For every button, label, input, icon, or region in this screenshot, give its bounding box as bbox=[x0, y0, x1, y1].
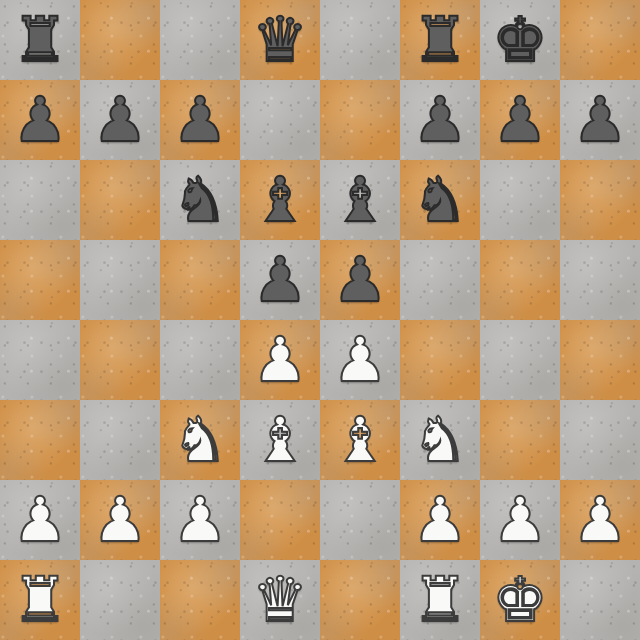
square-h2[interactable]: ♟ bbox=[560, 480, 640, 560]
piece-white-pawn-b2[interactable]: ♟ bbox=[92, 480, 148, 560]
square-a4[interactable] bbox=[0, 320, 80, 400]
piece-white-knight-c3[interactable]: ♞ bbox=[172, 400, 228, 480]
square-f4[interactable] bbox=[400, 320, 480, 400]
piece-black-pawn-f7[interactable]: ♟ bbox=[412, 80, 468, 160]
piece-white-pawn-f2[interactable]: ♟ bbox=[412, 480, 468, 560]
piece-black-pawn-d5[interactable]: ♟ bbox=[252, 240, 308, 320]
square-c2[interactable]: ♟ bbox=[160, 480, 240, 560]
piece-white-pawn-c2[interactable]: ♟ bbox=[172, 480, 228, 560]
square-d5[interactable]: ♟ bbox=[240, 240, 320, 320]
piece-black-queen-d8[interactable]: ♛ bbox=[252, 0, 308, 80]
square-e8[interactable] bbox=[320, 0, 400, 80]
piece-black-pawn-h7[interactable]: ♟ bbox=[572, 80, 628, 160]
square-g1[interactable]: ♚ bbox=[480, 560, 560, 640]
square-c3[interactable]: ♞ bbox=[160, 400, 240, 480]
square-h4[interactable] bbox=[560, 320, 640, 400]
square-b5[interactable] bbox=[80, 240, 160, 320]
square-g3[interactable] bbox=[480, 400, 560, 480]
square-e1[interactable] bbox=[320, 560, 400, 640]
piece-black-rook-f8[interactable]: ♜ bbox=[412, 0, 468, 80]
square-g2[interactable]: ♟ bbox=[480, 480, 560, 560]
piece-white-rook-a1[interactable]: ♜ bbox=[12, 560, 68, 640]
piece-white-knight-f3[interactable]: ♞ bbox=[412, 400, 468, 480]
square-e6[interactable]: ♝ bbox=[320, 160, 400, 240]
square-b2[interactable]: ♟ bbox=[80, 480, 160, 560]
square-b3[interactable] bbox=[80, 400, 160, 480]
piece-black-knight-f6[interactable]: ♞ bbox=[412, 160, 468, 240]
piece-white-pawn-d4[interactable]: ♟ bbox=[252, 320, 308, 400]
square-e7[interactable] bbox=[320, 80, 400, 160]
chess-board: ♜♛♜♚♟♟♟♟♟♟♞♝♝♞♟♟♟♟♞♝♝♞♟♟♟♟♟♟♜♛♜♚ bbox=[0, 0, 640, 640]
piece-black-bishop-d6[interactable]: ♝ bbox=[252, 160, 308, 240]
piece-white-queen-d1[interactable]: ♛ bbox=[252, 560, 308, 640]
square-e4[interactable]: ♟ bbox=[320, 320, 400, 400]
piece-white-pawn-e4[interactable]: ♟ bbox=[332, 320, 388, 400]
piece-black-bishop-e6[interactable]: ♝ bbox=[332, 160, 388, 240]
square-d1[interactable]: ♛ bbox=[240, 560, 320, 640]
square-c6[interactable]: ♞ bbox=[160, 160, 240, 240]
square-a5[interactable] bbox=[0, 240, 80, 320]
piece-white-rook-f1[interactable]: ♜ bbox=[412, 560, 468, 640]
piece-black-pawn-e5[interactable]: ♟ bbox=[332, 240, 388, 320]
piece-black-pawn-a7[interactable]: ♟ bbox=[12, 80, 68, 160]
square-f5[interactable] bbox=[400, 240, 480, 320]
square-a2[interactable]: ♟ bbox=[0, 480, 80, 560]
square-h8[interactable] bbox=[560, 0, 640, 80]
piece-black-king-g8[interactable]: ♚ bbox=[492, 0, 548, 80]
square-d2[interactable] bbox=[240, 480, 320, 560]
square-f8[interactable]: ♜ bbox=[400, 0, 480, 80]
square-f7[interactable]: ♟ bbox=[400, 80, 480, 160]
square-h1[interactable] bbox=[560, 560, 640, 640]
square-b4[interactable] bbox=[80, 320, 160, 400]
square-f3[interactable]: ♞ bbox=[400, 400, 480, 480]
square-b6[interactable] bbox=[80, 160, 160, 240]
square-f2[interactable]: ♟ bbox=[400, 480, 480, 560]
square-d3[interactable]: ♝ bbox=[240, 400, 320, 480]
square-e5[interactable]: ♟ bbox=[320, 240, 400, 320]
square-h3[interactable] bbox=[560, 400, 640, 480]
square-a8[interactable]: ♜ bbox=[0, 0, 80, 80]
square-c1[interactable] bbox=[160, 560, 240, 640]
piece-black-pawn-g7[interactable]: ♟ bbox=[492, 80, 548, 160]
square-a3[interactable] bbox=[0, 400, 80, 480]
square-d7[interactable] bbox=[240, 80, 320, 160]
piece-black-knight-c6[interactable]: ♞ bbox=[172, 160, 228, 240]
square-b8[interactable] bbox=[80, 0, 160, 80]
square-g4[interactable] bbox=[480, 320, 560, 400]
piece-black-pawn-b7[interactable]: ♟ bbox=[92, 80, 148, 160]
square-d4[interactable]: ♟ bbox=[240, 320, 320, 400]
square-a1[interactable]: ♜ bbox=[0, 560, 80, 640]
square-a6[interactable] bbox=[0, 160, 80, 240]
piece-white-pawn-a2[interactable]: ♟ bbox=[12, 480, 68, 560]
square-h7[interactable]: ♟ bbox=[560, 80, 640, 160]
piece-white-pawn-g2[interactable]: ♟ bbox=[492, 480, 548, 560]
piece-white-bishop-e3[interactable]: ♝ bbox=[332, 400, 388, 480]
chess-board-container: ♜♛♜♚♟♟♟♟♟♟♞♝♝♞♟♟♟♟♞♝♝♞♟♟♟♟♟♟♜♛♜♚ bbox=[0, 0, 640, 640]
square-g7[interactable]: ♟ bbox=[480, 80, 560, 160]
piece-white-king-g1[interactable]: ♚ bbox=[492, 560, 548, 640]
square-f6[interactable]: ♞ bbox=[400, 160, 480, 240]
square-g8[interactable]: ♚ bbox=[480, 0, 560, 80]
square-b1[interactable] bbox=[80, 560, 160, 640]
piece-black-pawn-c7[interactable]: ♟ bbox=[172, 80, 228, 160]
square-a7[interactable]: ♟ bbox=[0, 80, 80, 160]
square-c7[interactable]: ♟ bbox=[160, 80, 240, 160]
square-d6[interactable]: ♝ bbox=[240, 160, 320, 240]
square-c5[interactable] bbox=[160, 240, 240, 320]
piece-white-bishop-d3[interactable]: ♝ bbox=[252, 400, 308, 480]
piece-white-pawn-h2[interactable]: ♟ bbox=[572, 480, 628, 560]
piece-black-rook-a8[interactable]: ♜ bbox=[12, 0, 68, 80]
square-h5[interactable] bbox=[560, 240, 640, 320]
square-h6[interactable] bbox=[560, 160, 640, 240]
square-d8[interactable]: ♛ bbox=[240, 0, 320, 80]
square-f1[interactable]: ♜ bbox=[400, 560, 480, 640]
square-e3[interactable]: ♝ bbox=[320, 400, 400, 480]
square-e2[interactable] bbox=[320, 480, 400, 560]
square-c8[interactable] bbox=[160, 0, 240, 80]
square-c4[interactable] bbox=[160, 320, 240, 400]
square-b7[interactable]: ♟ bbox=[80, 80, 160, 160]
square-g6[interactable] bbox=[480, 160, 560, 240]
square-g5[interactable] bbox=[480, 240, 560, 320]
